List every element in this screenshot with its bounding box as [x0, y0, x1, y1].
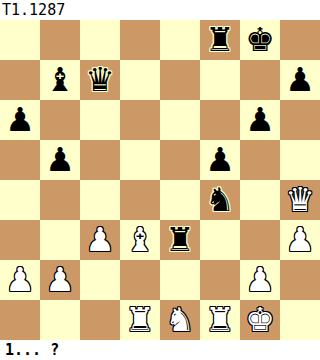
- square-f2[interactable]: [200, 260, 240, 300]
- square-b1[interactable]: [40, 300, 80, 340]
- square-b3[interactable]: [40, 220, 80, 260]
- black-rook-piece: ♜: [165, 220, 195, 260]
- square-b4[interactable]: [40, 180, 80, 220]
- white-rook-piece: ♜: [125, 300, 155, 340]
- square-g5[interactable]: [240, 140, 280, 180]
- square-c5[interactable]: [80, 140, 120, 180]
- white-pawn-piece: ♟: [85, 220, 115, 260]
- square-e6[interactable]: [160, 100, 200, 140]
- square-h3[interactable]: ♟: [280, 220, 320, 260]
- black-knight-piece: ♞: [205, 180, 235, 220]
- square-h7[interactable]: ♟: [280, 60, 320, 100]
- square-a8[interactable]: [0, 20, 40, 60]
- square-b5[interactable]: ♟: [40, 140, 80, 180]
- chess-board: ♜♚♝♛♟♟♟♟♟♞♛♟♝♜♟♟♟♟♜♞♜♚: [0, 20, 320, 340]
- black-pawn-piece: ♟: [245, 100, 275, 140]
- square-b6[interactable]: [40, 100, 80, 140]
- white-pawn-piece: ♟: [285, 220, 315, 260]
- square-a1[interactable]: [0, 300, 40, 340]
- black-king-piece: ♚: [245, 20, 275, 60]
- white-queen-piece: ♛: [285, 180, 315, 220]
- black-pawn-piece: ♟: [5, 100, 35, 140]
- square-f3[interactable]: [200, 220, 240, 260]
- square-c6[interactable]: [80, 100, 120, 140]
- black-rook-piece: ♜: [205, 20, 235, 60]
- square-g3[interactable]: [240, 220, 280, 260]
- move-prompt: 1... ?: [0, 340, 320, 360]
- white-pawn-piece: ♟: [245, 260, 275, 300]
- square-g4[interactable]: [240, 180, 280, 220]
- square-g2[interactable]: ♟: [240, 260, 280, 300]
- square-c8[interactable]: [80, 20, 120, 60]
- square-f6[interactable]: [200, 100, 240, 140]
- black-pawn-piece: ♟: [205, 140, 235, 180]
- square-h6[interactable]: [280, 100, 320, 140]
- square-c3[interactable]: ♟: [80, 220, 120, 260]
- square-d2[interactable]: [120, 260, 160, 300]
- white-king-piece: ♚: [245, 300, 275, 340]
- square-g6[interactable]: ♟: [240, 100, 280, 140]
- square-d8[interactable]: [120, 20, 160, 60]
- square-f4[interactable]: ♞: [200, 180, 240, 220]
- square-f7[interactable]: [200, 60, 240, 100]
- white-bishop-piece: ♝: [125, 220, 155, 260]
- black-pawn-piece: ♟: [45, 140, 75, 180]
- square-g8[interactable]: ♚: [240, 20, 280, 60]
- square-g1[interactable]: ♚: [240, 300, 280, 340]
- square-d6[interactable]: [120, 100, 160, 140]
- square-e3[interactable]: ♜: [160, 220, 200, 260]
- square-e8[interactable]: [160, 20, 200, 60]
- square-b2[interactable]: ♟: [40, 260, 80, 300]
- square-b7[interactable]: ♝: [40, 60, 80, 100]
- square-c1[interactable]: [80, 300, 120, 340]
- square-h2[interactable]: [280, 260, 320, 300]
- square-a2[interactable]: ♟: [0, 260, 40, 300]
- white-rook-piece: ♜: [205, 300, 235, 340]
- square-c4[interactable]: [80, 180, 120, 220]
- square-d4[interactable]: [120, 180, 160, 220]
- square-a6[interactable]: ♟: [0, 100, 40, 140]
- white-knight-piece: ♞: [165, 300, 195, 340]
- square-g7[interactable]: [240, 60, 280, 100]
- square-h4[interactable]: ♛: [280, 180, 320, 220]
- square-e1[interactable]: ♞: [160, 300, 200, 340]
- square-f8[interactable]: ♜: [200, 20, 240, 60]
- square-e2[interactable]: [160, 260, 200, 300]
- square-h5[interactable]: [280, 140, 320, 180]
- square-a7[interactable]: [0, 60, 40, 100]
- square-f5[interactable]: ♟: [200, 140, 240, 180]
- square-d5[interactable]: [120, 140, 160, 180]
- square-f1[interactable]: ♜: [200, 300, 240, 340]
- square-e5[interactable]: [160, 140, 200, 180]
- square-e4[interactable]: [160, 180, 200, 220]
- square-a5[interactable]: [0, 140, 40, 180]
- square-h8[interactable]: [280, 20, 320, 60]
- puzzle-id-title: T1.1287: [0, 0, 320, 20]
- square-a3[interactable]: [0, 220, 40, 260]
- white-pawn-piece: ♟: [45, 260, 75, 300]
- square-a4[interactable]: [0, 180, 40, 220]
- square-b8[interactable]: [40, 20, 80, 60]
- black-queen-piece: ♛: [85, 60, 115, 100]
- square-d1[interactable]: ♜: [120, 300, 160, 340]
- square-d3[interactable]: ♝: [120, 220, 160, 260]
- square-c7[interactable]: ♛: [80, 60, 120, 100]
- white-pawn-piece: ♟: [5, 260, 35, 300]
- square-h1[interactable]: [280, 300, 320, 340]
- square-d7[interactable]: [120, 60, 160, 100]
- black-bishop-piece: ♝: [45, 60, 75, 100]
- square-c2[interactable]: [80, 260, 120, 300]
- square-e7[interactable]: [160, 60, 200, 100]
- black-pawn-piece: ♟: [285, 60, 315, 100]
